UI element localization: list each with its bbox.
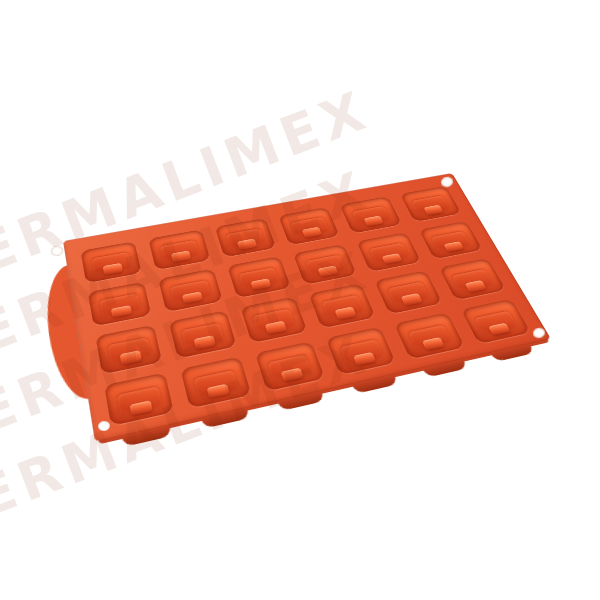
mold-cavity xyxy=(149,229,210,269)
corner-hole xyxy=(50,245,64,257)
mold-cavity xyxy=(293,244,357,285)
mold-cavity xyxy=(308,283,375,328)
mold-cavity xyxy=(254,341,325,391)
mold-cavity xyxy=(340,196,402,233)
mold-cavity xyxy=(227,256,291,298)
mold-cavity xyxy=(104,372,174,426)
mold-cavity xyxy=(158,268,222,312)
product-photo-stage: TERMALIMEX TERMALIMEX TERMALIMEX TERMALI… xyxy=(0,0,600,600)
mold-cavity xyxy=(181,356,251,408)
mold-cavity xyxy=(438,258,505,300)
mold-cavity xyxy=(214,218,276,257)
mold-cavity xyxy=(375,270,442,313)
mold-cavity xyxy=(88,281,152,326)
mold-cavity xyxy=(81,241,142,282)
mold-cavity xyxy=(400,186,462,222)
mold-cavity xyxy=(357,232,421,272)
mold-cavity xyxy=(418,221,482,260)
mold-cavity xyxy=(460,298,531,344)
mold-cavity xyxy=(240,297,307,343)
silicone-mold-sheet xyxy=(63,173,551,442)
mold-cavity xyxy=(394,312,465,359)
mold-cavity xyxy=(326,326,397,375)
mold-cavity xyxy=(278,207,340,245)
mold-cavity xyxy=(95,325,162,374)
mold-cavity xyxy=(169,310,236,358)
